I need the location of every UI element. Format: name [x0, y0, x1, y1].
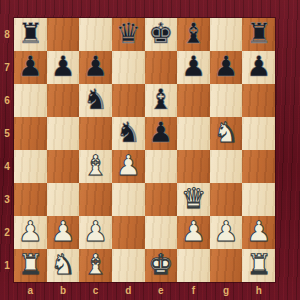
- rank-label-1: 1: [0, 249, 14, 282]
- square-f1[interactable]: [177, 249, 210, 282]
- piece-black-knight: ♞: [116, 119, 141, 147]
- file-label-b: b: [47, 282, 80, 300]
- piece-white-rook: ♜: [18, 251, 43, 279]
- piece-black-pawn: ♟: [148, 119, 173, 147]
- square-a7[interactable]: ♟: [14, 51, 47, 84]
- square-e3[interactable]: [145, 183, 178, 216]
- square-a4[interactable]: [14, 150, 47, 183]
- piece-white-pawn: ♟: [116, 152, 141, 180]
- square-g7[interactable]: ♟: [210, 51, 243, 84]
- square-h6[interactable]: [242, 84, 275, 117]
- square-b4[interactable]: [47, 150, 80, 183]
- square-d7[interactable]: [112, 51, 145, 84]
- square-d8[interactable]: ♛: [112, 18, 145, 51]
- file-label-a: a: [14, 282, 47, 300]
- square-g6[interactable]: [210, 84, 243, 117]
- square-b5[interactable]: [47, 117, 80, 150]
- rank-label-8: 8: [0, 18, 14, 51]
- square-c3[interactable]: [79, 183, 112, 216]
- square-f8[interactable]: ♝: [177, 18, 210, 51]
- square-a1[interactable]: ♜: [14, 249, 47, 282]
- square-h1[interactable]: ♜: [242, 249, 275, 282]
- rank-label-7: 7: [0, 51, 14, 84]
- piece-white-knight: ♞: [214, 119, 239, 147]
- file-label-c: c: [79, 282, 112, 300]
- square-f2[interactable]: ♟: [177, 216, 210, 249]
- square-h5[interactable]: [242, 117, 275, 150]
- piece-white-pawn: ♟: [18, 218, 43, 246]
- piece-black-pawn: ♟: [214, 53, 239, 81]
- square-g3[interactable]: [210, 183, 243, 216]
- square-h4[interactable]: [242, 150, 275, 183]
- rank-label-4: 4: [0, 150, 14, 183]
- square-c6[interactable]: ♞: [79, 84, 112, 117]
- piece-white-king: ♚: [148, 251, 173, 279]
- piece-white-knight: ♞: [50, 251, 75, 279]
- square-d5[interactable]: ♞: [112, 117, 145, 150]
- square-c2[interactable]: ♟: [79, 216, 112, 249]
- square-b1[interactable]: ♞: [47, 249, 80, 282]
- square-g5[interactable]: ♞: [210, 117, 243, 150]
- piece-white-rook: ♜: [246, 251, 271, 279]
- piece-white-bishop: ♝: [83, 251, 108, 279]
- square-b7[interactable]: ♟: [47, 51, 80, 84]
- piece-black-pawn: ♟: [18, 53, 43, 81]
- file-label-h: h: [242, 282, 275, 300]
- square-f3[interactable]: ♛: [177, 183, 210, 216]
- square-a5[interactable]: [14, 117, 47, 150]
- file-label-d: d: [112, 282, 145, 300]
- square-b6[interactable]: [47, 84, 80, 117]
- square-g8[interactable]: [210, 18, 243, 51]
- square-c4[interactable]: ♝: [79, 150, 112, 183]
- square-f5[interactable]: [177, 117, 210, 150]
- square-d2[interactable]: [112, 216, 145, 249]
- piece-white-pawn: ♟: [181, 218, 206, 246]
- piece-black-queen: ♛: [116, 20, 141, 48]
- file-label-e: e: [145, 282, 178, 300]
- square-e4[interactable]: [145, 150, 178, 183]
- square-b2[interactable]: ♟: [47, 216, 80, 249]
- square-b3[interactable]: [47, 183, 80, 216]
- square-d1[interactable]: [112, 249, 145, 282]
- square-d4[interactable]: ♟: [112, 150, 145, 183]
- square-d6[interactable]: [112, 84, 145, 117]
- piece-black-king: ♚: [148, 20, 173, 48]
- square-e5[interactable]: ♟: [145, 117, 178, 150]
- square-f6[interactable]: [177, 84, 210, 117]
- square-a2[interactable]: ♟: [14, 216, 47, 249]
- rank-label-5: 5: [0, 117, 14, 150]
- piece-white-pawn: ♟: [246, 218, 271, 246]
- square-a8[interactable]: ♜: [14, 18, 47, 51]
- rank-label-2: 2: [0, 216, 14, 249]
- piece-black-pawn: ♟: [50, 53, 75, 81]
- square-g4[interactable]: [210, 150, 243, 183]
- square-e2[interactable]: [145, 216, 178, 249]
- square-a6[interactable]: [14, 84, 47, 117]
- piece-black-pawn: ♟: [181, 53, 206, 81]
- piece-black-pawn: ♟: [246, 53, 271, 81]
- square-e6[interactable]: ♝: [145, 84, 178, 117]
- square-g2[interactable]: ♟: [210, 216, 243, 249]
- piece-white-pawn: ♟: [214, 218, 239, 246]
- piece-black-rook: ♜: [18, 20, 43, 48]
- rank-labels: 87654321: [0, 18, 14, 282]
- square-c1[interactable]: ♝: [79, 249, 112, 282]
- file-label-g: g: [210, 282, 243, 300]
- piece-white-queen: ♛: [181, 185, 206, 213]
- square-e7[interactable]: [145, 51, 178, 84]
- square-d3[interactable]: [112, 183, 145, 216]
- square-e8[interactable]: ♚: [145, 18, 178, 51]
- piece-black-rook: ♜: [246, 20, 271, 48]
- piece-black-bishop: ♝: [181, 20, 206, 48]
- square-c7[interactable]: ♟: [79, 51, 112, 84]
- square-h2[interactable]: ♟: [242, 216, 275, 249]
- square-f7[interactable]: ♟: [177, 51, 210, 84]
- square-h8[interactable]: ♜: [242, 18, 275, 51]
- rank-label-6: 6: [0, 84, 14, 117]
- piece-black-knight: ♞: [83, 86, 108, 114]
- square-a3[interactable]: [14, 183, 47, 216]
- chess-board: ♜♛♚♝♜♟♟♟♟♟♟♞♝♞♟♞♝♟♛♟♟♟♟♟♟♜♞♝♚♜: [14, 18, 275, 282]
- piece-black-pawn: ♟: [83, 53, 108, 81]
- square-b8[interactable]: [47, 18, 80, 51]
- square-e1[interactable]: ♚: [145, 249, 178, 282]
- square-c8[interactable]: [79, 18, 112, 51]
- file-labels: abcdefgh: [14, 282, 275, 300]
- piece-white-pawn: ♟: [50, 218, 75, 246]
- file-label-f: f: [177, 282, 210, 300]
- square-h7[interactable]: ♟: [242, 51, 275, 84]
- piece-white-pawn: ♟: [83, 218, 108, 246]
- piece-black-bishop: ♝: [148, 86, 173, 114]
- piece-white-bishop: ♝: [83, 152, 108, 180]
- square-h3[interactable]: [242, 183, 275, 216]
- square-c5[interactable]: [79, 117, 112, 150]
- square-f4[interactable]: [177, 150, 210, 183]
- board-frame: 87654321 ♜♛♚♝♜♟♟♟♟♟♟♞♝♞♟♞♝♟♛♟♟♟♟♟♟♜♞♝♚♜ …: [0, 0, 300, 300]
- rank-label-3: 3: [0, 183, 14, 216]
- square-g1[interactable]: [210, 249, 243, 282]
